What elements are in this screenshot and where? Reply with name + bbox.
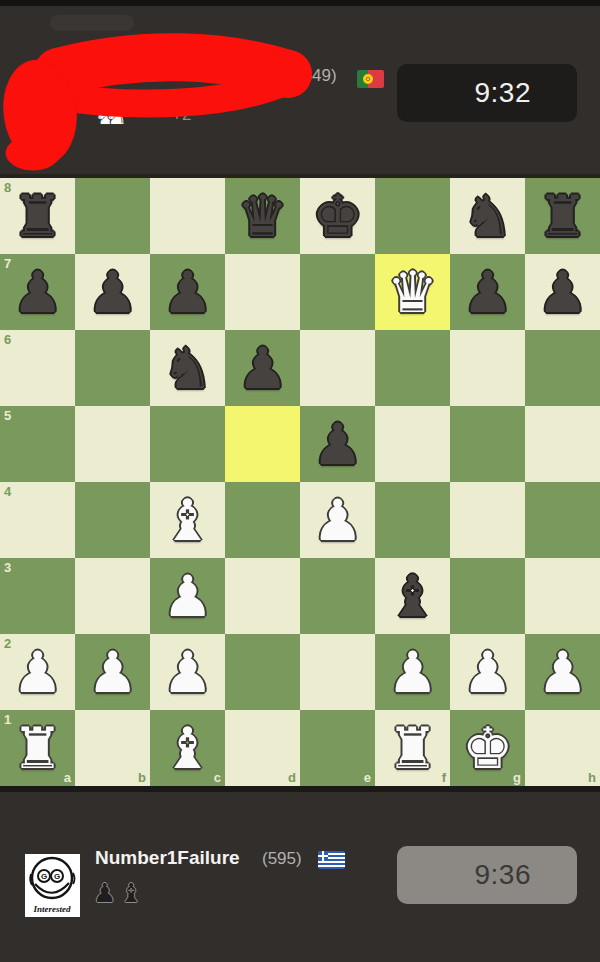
file-label-b: b	[138, 771, 146, 784]
black-king-e8[interactable]: ♚	[312, 181, 363, 251]
black-rook-h8[interactable]: ♜	[537, 181, 588, 251]
rank-label-7: 7	[4, 257, 11, 270]
black-bishop-f3[interactable]: ♝	[387, 561, 438, 631]
square-g8[interactable]: ♞	[450, 178, 525, 254]
square-b6[interactable]	[75, 330, 150, 406]
square-a7[interactable]: 7♟	[0, 254, 75, 330]
square-a5[interactable]: 5	[0, 406, 75, 482]
square-c6[interactable]: ♞	[150, 330, 225, 406]
square-h8[interactable]: ♜	[525, 178, 600, 254]
black-pawn-a7[interactable]: ♟	[12, 257, 63, 327]
square-a2[interactable]: 2♟	[0, 634, 75, 710]
square-f7[interactable]: ♛	[375, 254, 450, 330]
player-rating: (595)	[262, 849, 302, 869]
square-a4[interactable]: 4	[0, 482, 75, 558]
square-h1[interactable]: h	[525, 710, 600, 786]
player-avatar[interactable]: G G Interested	[25, 854, 80, 917]
board-bottom-shadow	[0, 786, 600, 792]
square-h3[interactable]	[525, 558, 600, 634]
square-b8[interactable]	[75, 178, 150, 254]
chess-app-screen: (549) 9:32 ♞♞ +2 8♜♛♚♞♜7♟♟♟♛♟♟6♞♟5♟4♝♟3♟…	[0, 0, 600, 962]
redaction-scribble	[0, 10, 330, 180]
file-label-c: c	[214, 771, 221, 784]
square-d7[interactable]	[225, 254, 300, 330]
square-c7[interactable]: ♟	[150, 254, 225, 330]
square-g2[interactable]: ♟	[450, 634, 525, 710]
square-d2[interactable]	[225, 634, 300, 710]
rank-label-2: 2	[4, 637, 11, 650]
chess-board: 8♜♛♚♞♜7♟♟♟♛♟♟6♞♟5♟4♝♟3♟♝2♟♟♟♟♟♟1a♜bc♝def…	[0, 178, 600, 786]
white-pawn-e4[interactable]: ♟	[312, 485, 363, 555]
black-pawn-e5[interactable]: ♟	[312, 409, 363, 479]
square-f1[interactable]: f♜	[375, 710, 450, 786]
square-e4[interactable]: ♟	[300, 482, 375, 558]
white-bishop-c1[interactable]: ♝	[162, 713, 213, 783]
square-f8[interactable]	[375, 178, 450, 254]
rank-label-3: 3	[4, 561, 11, 574]
square-b5[interactable]	[75, 406, 150, 482]
white-pawn-b2[interactable]: ♟	[87, 637, 138, 707]
white-queen-f7[interactable]: ♛	[387, 257, 438, 327]
square-h4[interactable]	[525, 482, 600, 558]
captured-black-pawn-icon: ♟	[93, 878, 116, 908]
portugal-flag-emblem-center	[366, 77, 370, 81]
square-b2[interactable]: ♟	[75, 634, 150, 710]
square-d5[interactable]	[225, 406, 300, 482]
white-pawn-h2[interactable]: ♟	[537, 637, 588, 707]
greece-flag-icon	[318, 851, 345, 869]
square-a1[interactable]: 1a♜	[0, 710, 75, 786]
svg-text:Interested: Interested	[33, 904, 71, 914]
square-e8[interactable]: ♚	[300, 178, 375, 254]
square-e2[interactable]	[300, 634, 375, 710]
square-e7[interactable]	[300, 254, 375, 330]
square-f3[interactable]: ♝	[375, 558, 450, 634]
black-pawn-d6[interactable]: ♟	[237, 333, 288, 403]
square-g7[interactable]: ♟	[450, 254, 525, 330]
white-king-g1[interactable]: ♚	[462, 713, 513, 783]
black-queen-d8[interactable]: ♛	[237, 181, 288, 251]
black-knight-g8[interactable]: ♞	[462, 181, 513, 251]
square-a3[interactable]: 3	[0, 558, 75, 634]
white-pawn-g2[interactable]: ♟	[462, 637, 513, 707]
file-label-e: e	[364, 771, 371, 784]
player-captured-pieces-tray: ♟♝	[93, 878, 143, 908]
file-label-d: d	[288, 771, 296, 784]
opponent-clock: 9:32	[397, 64, 577, 122]
square-c1[interactable]: c♝	[150, 710, 225, 786]
square-f5[interactable]	[375, 406, 450, 482]
file-label-f: f	[442, 771, 446, 784]
square-f6[interactable]	[375, 330, 450, 406]
square-b3[interactable]	[75, 558, 150, 634]
square-h5[interactable]	[525, 406, 600, 482]
rank-label-4: 4	[4, 485, 11, 498]
white-pawn-a2[interactable]: ♟	[12, 637, 63, 707]
square-b4[interactable]	[75, 482, 150, 558]
square-a8[interactable]: 8♜	[0, 178, 75, 254]
player-clock: 9:36	[397, 846, 577, 904]
white-bishop-c4[interactable]: ♝	[162, 485, 213, 555]
svg-text:G: G	[41, 872, 47, 881]
greece-flag-canton	[318, 851, 328, 861]
file-label-g: g	[513, 771, 521, 784]
square-e6[interactable]	[300, 330, 375, 406]
square-h7[interactable]: ♟	[525, 254, 600, 330]
black-pawn-g7[interactable]: ♟	[462, 257, 513, 327]
file-label-h: h	[588, 771, 596, 784]
square-d6[interactable]: ♟	[225, 330, 300, 406]
square-d8[interactable]: ♛	[225, 178, 300, 254]
captured-black-bishop-icon: ♝	[119, 878, 142, 908]
black-pawn-c7[interactable]: ♟	[162, 257, 213, 327]
square-b1[interactable]: b	[75, 710, 150, 786]
rank-label-6: 6	[4, 333, 11, 346]
square-g3[interactable]	[450, 558, 525, 634]
square-c4[interactable]: ♝	[150, 482, 225, 558]
white-rook-a1[interactable]: ♜	[12, 713, 63, 783]
square-e1[interactable]: e	[300, 710, 375, 786]
black-pawn-h7[interactable]: ♟	[537, 257, 588, 327]
square-e3[interactable]	[300, 558, 375, 634]
square-g4[interactable]	[450, 482, 525, 558]
white-pawn-c2[interactable]: ♟	[162, 637, 213, 707]
player-username[interactable]: Number1Failure	[95, 847, 240, 869]
black-rook-a8[interactable]: ♜	[12, 181, 63, 251]
square-b7[interactable]: ♟	[75, 254, 150, 330]
rank-label-1: 1	[4, 713, 11, 726]
square-d4[interactable]	[225, 482, 300, 558]
square-a6[interactable]: 6	[0, 330, 75, 406]
square-c3[interactable]: ♟	[150, 558, 225, 634]
square-g1[interactable]: g♚	[450, 710, 525, 786]
square-h2[interactable]: ♟	[525, 634, 600, 710]
rank-label-5: 5	[4, 409, 11, 422]
white-rook-f1[interactable]: ♜	[387, 713, 438, 783]
square-e5[interactable]: ♟	[300, 406, 375, 482]
square-h6[interactable]	[525, 330, 600, 406]
square-c2[interactable]: ♟	[150, 634, 225, 710]
square-g6[interactable]	[450, 330, 525, 406]
file-label-a: a	[64, 771, 71, 784]
svg-text:G: G	[54, 872, 60, 881]
white-pawn-c3[interactable]: ♟	[162, 561, 213, 631]
square-d3[interactable]	[225, 558, 300, 634]
square-c5[interactable]	[150, 406, 225, 482]
status-bar	[0, 0, 600, 6]
white-pawn-f2[interactable]: ♟	[387, 637, 438, 707]
square-f4[interactable]	[375, 482, 450, 558]
rank-label-8: 8	[4, 181, 11, 194]
square-g5[interactable]	[450, 406, 525, 482]
black-knight-c6[interactable]: ♞	[162, 333, 213, 403]
square-d1[interactable]: d	[225, 710, 300, 786]
portugal-flag-icon	[357, 70, 384, 88]
square-c8[interactable]	[150, 178, 225, 254]
square-f2[interactable]: ♟	[375, 634, 450, 710]
black-pawn-b7[interactable]: ♟	[87, 257, 138, 327]
